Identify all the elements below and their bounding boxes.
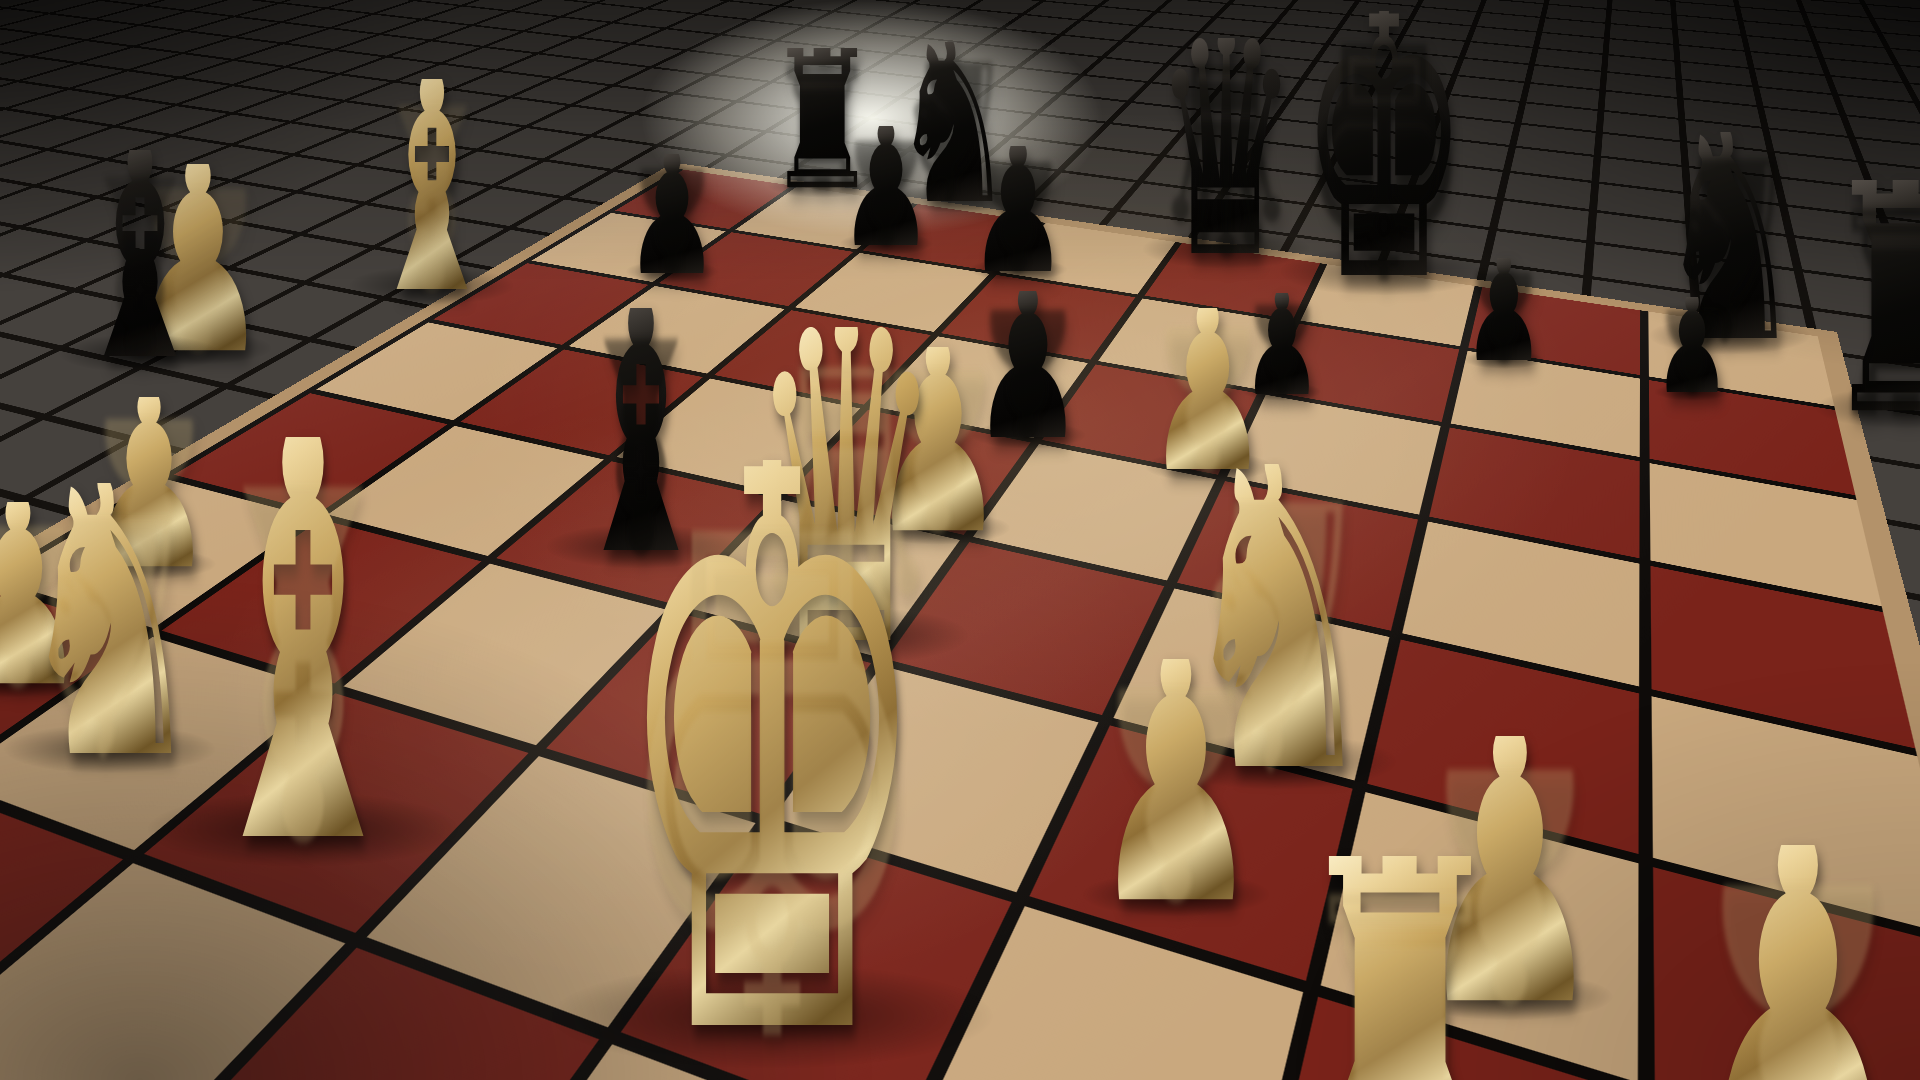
chess-3d-scene: ♝♟♝♟♜♞♟♟♛♚♟♟♞♟♜♝♟♟♟♞♝♚♛♟♟♞♟♜♟♟ [0, 0, 1920, 1080]
piece-captured-white-bishop[interactable]: ♝ [297, 79, 568, 290]
piece-white-rook-g1[interactable]: ♜ [1205, 856, 1595, 1080]
gold-pawn-glyph: ♟ [1685, 845, 1911, 1080]
black-pawn-glyph: ♟ [1463, 258, 1545, 362]
gold-bishop-glyph: ♝ [187, 437, 418, 838]
piece-black-pawn-g7[interactable]: ♟ [1438, 258, 1571, 362]
gold-king-glyph: ♚ [612, 460, 932, 1028]
black-king-glyph: ♚ [1299, 11, 1469, 277]
piece-black-pawn-g6[interactable]: ♟ [1630, 297, 1754, 394]
black-rook-glyph: ♜ [1820, 180, 1920, 412]
piece-black-rook-h7[interactable]: ♜ [1758, 180, 1920, 412]
piece-white-king-e2[interactable]: ♚ [408, 460, 1136, 1028]
pieces-layer: ♝♟♝♟♜♞♟♟♛♚♟♟♞♟♜♝♟♟♟♞♝♚♛♟♟♞♟♜♟♟ [0, 0, 1920, 1080]
gold-bishop-glyph: ♝ [364, 79, 499, 290]
gold-rook-glyph: ♜ [1287, 856, 1513, 1080]
black-pawn-glyph: ♟ [1654, 297, 1731, 394]
piece-white-pawn-h2[interactable]: ♟ [1596, 845, 1920, 1080]
